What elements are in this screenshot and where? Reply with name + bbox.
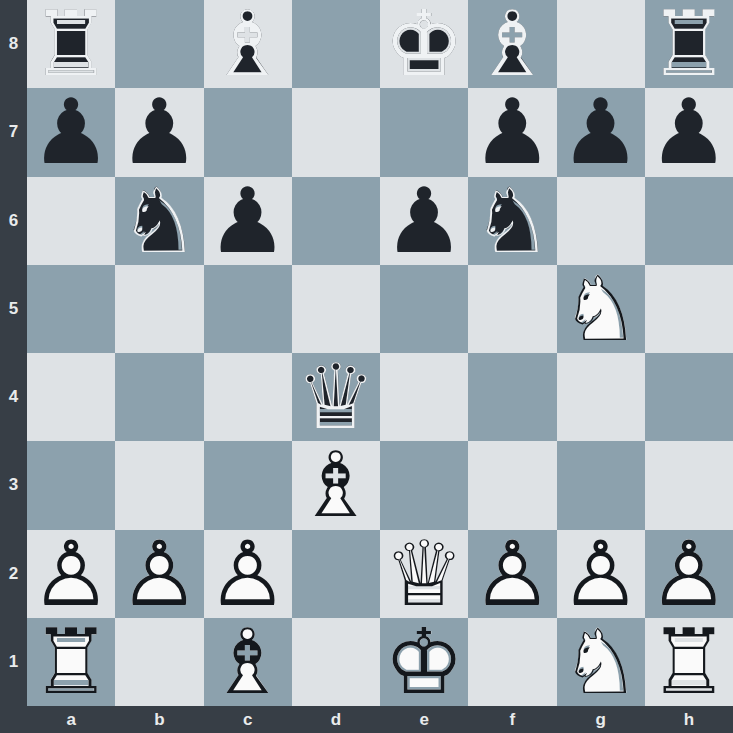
piece-glyph-outline: ♙	[27, 530, 115, 618]
white-queen[interactable]: ♛♕	[380, 530, 468, 618]
piece-glyph-outline: ♕	[292, 353, 380, 441]
piece-glyph-outline: ♗	[292, 441, 380, 529]
black-pawn[interactable]: ♟	[468, 88, 556, 176]
piece-glyph-fill: ♝	[204, 0, 292, 88]
piece-glyph-outline: ♙	[645, 530, 733, 618]
piece-glyph-fill: ♟	[557, 88, 645, 176]
square-e5[interactable]	[380, 265, 468, 353]
piece-glyph-fill: ♜	[645, 618, 733, 706]
file-label-f: f	[468, 706, 556, 733]
file-label-b: b	[115, 706, 203, 733]
piece-glyph-fill: ♝	[292, 441, 380, 529]
square-g6[interactable]	[557, 177, 645, 265]
file-label-h: h	[645, 706, 733, 733]
square-b4[interactable]	[115, 353, 203, 441]
square-g7[interactable]: ♟	[557, 88, 645, 176]
white-pawn[interactable]: ♟♙	[645, 530, 733, 618]
square-g8[interactable]	[557, 0, 645, 88]
piece-glyph-outline: ♘	[557, 618, 645, 706]
square-d1[interactable]	[292, 618, 380, 706]
file-label-c: c	[204, 706, 292, 733]
square-e4[interactable]	[380, 353, 468, 441]
square-f3[interactable]	[468, 441, 556, 529]
square-g2[interactable]: ♟♙	[557, 530, 645, 618]
piece-glyph-outline: ♗	[204, 618, 292, 706]
square-h6[interactable]	[645, 177, 733, 265]
piece-glyph-fill: ♟	[115, 530, 203, 618]
square-f4[interactable]	[468, 353, 556, 441]
black-bishop[interactable]: ♝♗	[468, 0, 556, 88]
rank-label-2: 2	[0, 530, 27, 618]
black-pawn[interactable]: ♟	[27, 88, 115, 176]
piece-glyph-fill: ♞	[115, 177, 203, 265]
black-knight[interactable]: ♞♘	[115, 177, 203, 265]
black-pawn[interactable]: ♟	[380, 177, 468, 265]
black-queen[interactable]: ♛♕	[292, 353, 380, 441]
square-f7[interactable]: ♟	[468, 88, 556, 176]
square-d4[interactable]: ♛♕	[292, 353, 380, 441]
piece-glyph-outline: ♔	[380, 618, 468, 706]
square-a3[interactable]	[27, 441, 115, 529]
square-h5[interactable]	[645, 265, 733, 353]
piece-glyph-fill: ♞	[557, 618, 645, 706]
square-b1[interactable]	[115, 618, 203, 706]
square-h3[interactable]	[645, 441, 733, 529]
black-pawn[interactable]: ♟	[115, 88, 203, 176]
piece-glyph-outline: ♕	[380, 530, 468, 618]
white-rook[interactable]: ♜♖	[27, 618, 115, 706]
rank-label-6: 6	[0, 177, 27, 265]
square-c2[interactable]: ♟♙	[204, 530, 292, 618]
square-f5[interactable]	[468, 265, 556, 353]
piece-glyph-outline: ♙	[468, 530, 556, 618]
square-b3[interactable]	[115, 441, 203, 529]
piece-glyph-fill: ♟	[468, 88, 556, 176]
piece-glyph-outline: ♖	[645, 618, 733, 706]
square-c6[interactable]: ♟	[204, 177, 292, 265]
square-c3[interactable]	[204, 441, 292, 529]
square-c5[interactable]	[204, 265, 292, 353]
square-f2[interactable]: ♟♙	[468, 530, 556, 618]
frame-corner	[0, 706, 27, 733]
file-label-e: e	[380, 706, 468, 733]
black-pawn[interactable]: ♟	[645, 88, 733, 176]
square-h7[interactable]: ♟	[645, 88, 733, 176]
square-f8[interactable]: ♝♗	[468, 0, 556, 88]
rank-label-8: 8	[0, 0, 27, 88]
square-g5[interactable]: ♞♘	[557, 265, 645, 353]
white-knight[interactable]: ♞♘	[557, 265, 645, 353]
piece-glyph-fill: ♟	[27, 530, 115, 618]
square-b2[interactable]: ♟♙	[115, 530, 203, 618]
white-bishop[interactable]: ♝♗	[204, 618, 292, 706]
rank-label-1: 1	[0, 618, 27, 706]
square-h8[interactable]: ♜♖	[645, 0, 733, 88]
piece-glyph-fill: ♜	[27, 618, 115, 706]
black-bishop[interactable]: ♝♗	[204, 0, 292, 88]
square-e2[interactable]: ♛♕	[380, 530, 468, 618]
rank-label-5: 5	[0, 265, 27, 353]
white-pawn[interactable]: ♟♙	[204, 530, 292, 618]
square-f6[interactable]: ♞♘	[468, 177, 556, 265]
piece-glyph-fill: ♝	[204, 618, 292, 706]
square-a8[interactable]: ♜♖	[27, 0, 115, 88]
file-label-d: d	[292, 706, 380, 733]
square-b6[interactable]: ♞♘	[115, 177, 203, 265]
piece-glyph-fill: ♟	[380, 177, 468, 265]
piece-glyph-fill: ♛	[380, 530, 468, 618]
piece-glyph-fill: ♟	[645, 88, 733, 176]
square-a1[interactable]: ♜♖	[27, 618, 115, 706]
square-a4[interactable]	[27, 353, 115, 441]
square-h1[interactable]: ♜♖	[645, 618, 733, 706]
black-pawn[interactable]: ♟	[204, 177, 292, 265]
black-rook[interactable]: ♜♖	[27, 0, 115, 88]
square-d6[interactable]	[292, 177, 380, 265]
black-king[interactable]: ♚♔	[380, 0, 468, 88]
square-a2[interactable]: ♟♙	[27, 530, 115, 618]
square-c1[interactable]: ♝♗	[204, 618, 292, 706]
piece-glyph-outline: ♗	[204, 0, 292, 88]
piece-glyph-fill: ♛	[292, 353, 380, 441]
square-c4[interactable]	[204, 353, 292, 441]
square-a6[interactable]	[27, 177, 115, 265]
square-e7[interactable]	[380, 88, 468, 176]
white-bishop[interactable]: ♝♗	[292, 441, 380, 529]
square-d3[interactable]: ♝♗	[292, 441, 380, 529]
black-knight[interactable]: ♞♘	[468, 177, 556, 265]
piece-glyph-fill: ♟	[204, 530, 292, 618]
piece-glyph-outline: ♖	[27, 0, 115, 88]
square-b8[interactable]	[115, 0, 203, 88]
piece-glyph-fill: ♞	[468, 177, 556, 265]
piece-glyph-fill: ♝	[468, 0, 556, 88]
white-rook[interactable]: ♜♖	[645, 618, 733, 706]
black-rook[interactable]: ♜♖	[645, 0, 733, 88]
white-pawn[interactable]: ♟♙	[557, 530, 645, 618]
white-pawn[interactable]: ♟♙	[468, 530, 556, 618]
piece-glyph-fill: ♞	[557, 265, 645, 353]
piece-glyph-fill: ♚	[380, 618, 468, 706]
black-pawn[interactable]: ♟	[557, 88, 645, 176]
white-pawn[interactable]: ♟♙	[115, 530, 203, 618]
piece-glyph-fill: ♟	[645, 530, 733, 618]
file-label-a: a	[27, 706, 115, 733]
square-g1[interactable]: ♞♘	[557, 618, 645, 706]
piece-glyph-outline: ♙	[204, 530, 292, 618]
square-h2[interactable]: ♟♙	[645, 530, 733, 618]
piece-glyph-outline: ♘	[115, 177, 203, 265]
square-f1[interactable]	[468, 618, 556, 706]
square-a7[interactable]: ♟	[27, 88, 115, 176]
rank-labels: 87654321	[0, 0, 27, 706]
square-e3[interactable]	[380, 441, 468, 529]
square-d2[interactable]	[292, 530, 380, 618]
square-d5[interactable]	[292, 265, 380, 353]
square-h4[interactable]	[645, 353, 733, 441]
piece-glyph-fill: ♜	[27, 0, 115, 88]
chess-board: ♜♖♝♗♚♔♝♗♜♖♟♟♟♟♟♞♘♟♟♞♘♞♘♛♕♝♗♟♙♟♙♟♙♛♕♟♙♟♙♟…	[27, 0, 733, 706]
square-d8[interactable]	[292, 0, 380, 88]
square-e1[interactable]: ♚♔	[380, 618, 468, 706]
piece-glyph-outline: ♙	[115, 530, 203, 618]
piece-glyph-fill: ♜	[645, 0, 733, 88]
square-b7[interactable]: ♟	[115, 88, 203, 176]
square-c7[interactable]	[204, 88, 292, 176]
piece-glyph-outline: ♖	[27, 618, 115, 706]
white-king[interactable]: ♚♔	[380, 618, 468, 706]
piece-glyph-outline: ♗	[468, 0, 556, 88]
square-b5[interactable]	[115, 265, 203, 353]
rank-label-7: 7	[0, 88, 27, 176]
file-labels: abcdefgh	[27, 706, 733, 733]
piece-glyph-fill: ♟	[204, 177, 292, 265]
piece-glyph-outline: ♘	[557, 265, 645, 353]
piece-glyph-fill: ♟	[115, 88, 203, 176]
white-knight[interactable]: ♞♘	[557, 618, 645, 706]
square-d7[interactable]	[292, 88, 380, 176]
piece-glyph-fill: ♚	[380, 0, 468, 88]
square-e6[interactable]: ♟	[380, 177, 468, 265]
rank-label-4: 4	[0, 353, 27, 441]
square-g4[interactable]	[557, 353, 645, 441]
white-pawn[interactable]: ♟♙	[27, 530, 115, 618]
chess-board-frame: 87654321 ♜♖♝♗♚♔♝♗♜♖♟♟♟♟♟♞♘♟♟♞♘♞♘♛♕♝♗♟♙♟♙…	[0, 0, 733, 733]
square-g3[interactable]	[557, 441, 645, 529]
piece-glyph-fill: ♟	[468, 530, 556, 618]
square-e8[interactable]: ♚♔	[380, 0, 468, 88]
piece-glyph-outline: ♖	[645, 0, 733, 88]
piece-glyph-outline: ♙	[557, 530, 645, 618]
square-c8[interactable]: ♝♗	[204, 0, 292, 88]
rank-label-3: 3	[0, 441, 27, 529]
square-a5[interactable]	[27, 265, 115, 353]
file-label-g: g	[557, 706, 645, 733]
piece-glyph-fill: ♟	[27, 88, 115, 176]
piece-glyph-outline: ♘	[468, 177, 556, 265]
piece-glyph-fill: ♟	[557, 530, 645, 618]
piece-glyph-outline: ♔	[380, 0, 468, 88]
